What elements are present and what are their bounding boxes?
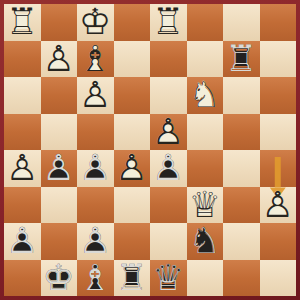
square-a7[interactable] <box>260 223 297 260</box>
square-b4[interactable] <box>223 114 260 151</box>
square-f4[interactable] <box>77 114 114 151</box>
piece-black-pawn[interactable]: ♟♙ <box>77 223 114 260</box>
square-g1[interactable] <box>41 4 78 41</box>
square-f8[interactable]: ♝♗ <box>77 260 114 297</box>
square-a8[interactable] <box>260 260 297 297</box>
piece-white-pawn[interactable]: ♟♙ <box>260 187 297 224</box>
piece-white-pawn[interactable]: ♟♙ <box>150 114 187 151</box>
square-e3[interactable] <box>114 77 151 114</box>
board-grid: ♜♖♚♔♜♖♟♙♝♗♜♖♟♙♞♘♟♙♟♙♟♙♟♙♟♙♟♙♛♕♟♙♟♙♟♙♞♘♚♔… <box>4 4 296 296</box>
piece-black-pawn[interactable]: ♟♙ <box>41 150 78 187</box>
square-b7[interactable] <box>223 223 260 260</box>
square-g6[interactable] <box>41 187 78 224</box>
square-d8[interactable]: ♛♕ <box>150 260 187 297</box>
piece-white-pawn[interactable]: ♟♙ <box>4 150 41 187</box>
square-a5[interactable] <box>260 150 297 187</box>
square-a2[interactable] <box>260 41 297 78</box>
square-a4[interactable] <box>260 114 297 151</box>
square-e5[interactable]: ♟♙ <box>114 150 151 187</box>
square-c7[interactable]: ♞♘ <box>187 223 224 260</box>
square-d4[interactable]: ♟♙ <box>150 114 187 151</box>
square-c8[interactable] <box>187 260 224 297</box>
square-e8[interactable]: ♜♖ <box>114 260 151 297</box>
square-h8[interactable] <box>4 260 41 297</box>
piece-white-king[interactable]: ♚♔ <box>77 4 114 41</box>
square-e6[interactable] <box>114 187 151 224</box>
square-h7[interactable]: ♟♙ <box>4 223 41 260</box>
square-c1[interactable] <box>187 4 224 41</box>
square-b8[interactable] <box>223 260 260 297</box>
piece-black-rook[interactable]: ♜♖ <box>223 41 260 78</box>
square-g2[interactable]: ♟♙ <box>41 41 78 78</box>
square-g3[interactable] <box>41 77 78 114</box>
piece-white-rook[interactable]: ♜♖ <box>4 4 41 41</box>
chess-board: ♜♖♚♔♜♖♟♙♝♗♜♖♟♙♞♘♟♙♟♙♟♙♟♙♟♙♟♙♛♕♟♙♟♙♟♙♞♘♚♔… <box>0 0 300 300</box>
square-d7[interactable] <box>150 223 187 260</box>
square-a1[interactable] <box>260 4 297 41</box>
square-h4[interactable] <box>4 114 41 151</box>
piece-black-rook[interactable]: ♜♖ <box>114 260 151 297</box>
square-c2[interactable] <box>187 41 224 78</box>
square-g4[interactable] <box>41 114 78 151</box>
piece-white-queen[interactable]: ♛♕ <box>187 187 224 224</box>
square-b2[interactable]: ♜♖ <box>223 41 260 78</box>
square-d6[interactable] <box>150 187 187 224</box>
square-d2[interactable] <box>150 41 187 78</box>
square-b1[interactable] <box>223 4 260 41</box>
square-b5[interactable] <box>223 150 260 187</box>
square-f7[interactable]: ♟♙ <box>77 223 114 260</box>
square-h5[interactable]: ♟♙ <box>4 150 41 187</box>
square-d3[interactable] <box>150 77 187 114</box>
square-a3[interactable] <box>260 77 297 114</box>
piece-black-king[interactable]: ♚♔ <box>41 260 78 297</box>
piece-white-pawn[interactable]: ♟♙ <box>41 41 78 78</box>
square-e7[interactable] <box>114 223 151 260</box>
piece-white-pawn[interactable]: ♟♙ <box>114 150 151 187</box>
square-c4[interactable] <box>187 114 224 151</box>
square-f1[interactable]: ♚♔ <box>77 4 114 41</box>
square-e4[interactable] <box>114 114 151 151</box>
square-e2[interactable] <box>114 41 151 78</box>
square-f2[interactable]: ♝♗ <box>77 41 114 78</box>
square-g7[interactable] <box>41 223 78 260</box>
piece-black-queen[interactable]: ♛♕ <box>150 260 187 297</box>
piece-black-pawn[interactable]: ♟♙ <box>77 150 114 187</box>
piece-black-bishop[interactable]: ♝♗ <box>77 260 114 297</box>
square-d1[interactable]: ♜♖ <box>150 4 187 41</box>
piece-white-rook[interactable]: ♜♖ <box>150 4 187 41</box>
square-a6[interactable]: ♟♙ <box>260 187 297 224</box>
square-d5[interactable]: ♟♙ <box>150 150 187 187</box>
square-c5[interactable] <box>187 150 224 187</box>
square-g8[interactable]: ♚♔ <box>41 260 78 297</box>
square-h6[interactable] <box>4 187 41 224</box>
square-f5[interactable]: ♟♙ <box>77 150 114 187</box>
square-f3[interactable]: ♟♙ <box>77 77 114 114</box>
square-c3[interactable]: ♞♘ <box>187 77 224 114</box>
piece-black-pawn[interactable]: ♟♙ <box>150 150 187 187</box>
square-g5[interactable]: ♟♙ <box>41 150 78 187</box>
square-h2[interactable] <box>4 41 41 78</box>
square-h1[interactable]: ♜♖ <box>4 4 41 41</box>
square-b6[interactable] <box>223 187 260 224</box>
piece-white-knight[interactable]: ♞♘ <box>187 77 224 114</box>
square-b3[interactable] <box>223 77 260 114</box>
piece-black-knight[interactable]: ♞♘ <box>187 223 224 260</box>
piece-white-bishop[interactable]: ♝♗ <box>77 41 114 78</box>
square-f6[interactable] <box>77 187 114 224</box>
square-h3[interactable] <box>4 77 41 114</box>
square-e1[interactable] <box>114 4 151 41</box>
piece-white-pawn[interactable]: ♟♙ <box>77 77 114 114</box>
piece-black-pawn[interactable]: ♟♙ <box>4 223 41 260</box>
square-c6[interactable]: ♛♕ <box>187 187 224 224</box>
